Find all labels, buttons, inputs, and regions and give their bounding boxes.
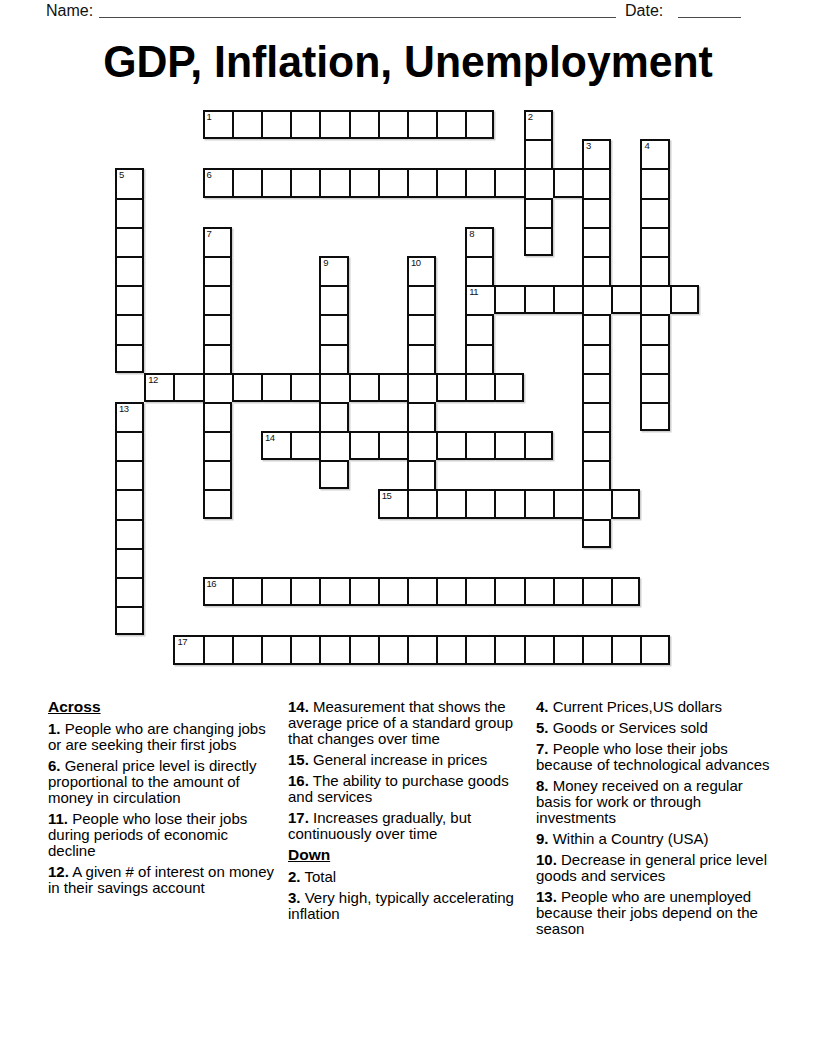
grid-cell-r10-c18[interactable] [640,402,669,431]
grid-cell-r18-c12[interactable] [465,635,494,664]
cell-number-16: 16 [207,579,217,589]
grid-cell-r16-c13[interactable] [494,577,523,606]
grid-cell-r12-c3[interactable] [203,460,232,489]
name-label: Name: [46,2,93,20]
grid-cell-r9-c10[interactable] [407,373,436,402]
grid-cell-r12-c10[interactable] [407,460,436,489]
date-blank-line [678,1,741,18]
grid-cell-r8-c0[interactable] [115,344,144,373]
cell-number-6: 6 [207,170,212,180]
grid-cell-r16-c4[interactable] [232,577,261,606]
grid-cell-r2-c15[interactable] [553,168,582,197]
clue-down-2: 2. Total [288,869,528,885]
clue-across-12: 12. A given # of interest on money in th… [48,864,278,896]
cell-number-1: 1 [207,112,212,122]
grid-cell-r0-c10[interactable] [407,110,436,139]
cell-number-3: 3 [586,141,591,151]
grid-cell-r5-c12[interactable] [465,256,494,285]
grid-cell-r0-c3[interactable]: 1 [203,110,232,139]
grid-cell-r2-c16[interactable] [582,168,611,197]
grid-cell-r8-c10[interactable] [407,344,436,373]
cell-number-15: 15 [382,491,392,501]
grid-cell-r5-c10[interactable]: 10 [407,256,436,285]
clue-down-5: 5. Goods or Services sold [536,720,774,736]
grid-cell-r9-c11[interactable] [436,373,465,402]
grid-cell-r7-c10[interactable] [407,314,436,343]
grid-cell-r10-c7[interactable] [319,402,348,431]
grid-cell-r16-c12[interactable] [465,577,494,606]
clue-down-9: 9. Within a Country (USA) [536,831,774,847]
grid-cell-r5-c16[interactable] [582,256,611,285]
grid-cell-r3-c16[interactable] [582,198,611,227]
grid-cell-r12-c0[interactable] [115,460,144,489]
grid-cell-r2-c3[interactable]: 6 [203,168,232,197]
grid-cell-r18-c7[interactable] [319,635,348,664]
grid-cell-r2-c10[interactable] [407,168,436,197]
grid-cell-r10-c0[interactable]: 13 [115,402,144,431]
date-label: Date: [625,2,663,20]
grid-cell-r2-c7[interactable] [319,168,348,197]
cell-number-14: 14 [265,433,275,443]
down-heading: Down [288,847,528,863]
grid-cell-r10-c10[interactable] [407,402,436,431]
grid-cell-r2-c0[interactable]: 5 [115,168,144,197]
grid-cell-r6-c7[interactable] [319,285,348,314]
grid-cell-r0-c5[interactable] [261,110,290,139]
grid-cell-r11-c8[interactable] [349,431,378,460]
grid-cell-r15-c0[interactable] [115,548,144,577]
clue-down-3: 3. Very high, typically accelerating inf… [288,890,528,922]
clues-column-middle: 14. Measurement that shows the average p… [288,699,528,927]
grid-cell-r2-c9[interactable] [378,168,407,197]
grid-cell-r18-c5[interactable] [261,635,290,664]
grid-cell-r4-c16[interactable] [582,227,611,256]
grid-cell-r16-c3[interactable]: 16 [203,577,232,606]
grid-cell-r0-c14[interactable]: 2 [524,110,553,139]
grid-cell-r2-c14[interactable] [524,168,553,197]
clue-across-16: 16. The ability to purchase goods and se… [288,773,528,805]
grid-cell-r4-c14[interactable] [524,227,553,256]
grid-cell-r6-c12[interactable]: 11 [465,285,494,314]
grid-cell-r16-c11[interactable] [436,577,465,606]
name-blank-line [99,1,616,18]
across-heading: Across [48,699,278,715]
clue-across-1: 1. People who are changing jobs or are s… [48,721,278,753]
grid-cell-r0-c12[interactable] [465,110,494,139]
grid-cell-r9-c7[interactable] [319,373,348,402]
grid-cell-r11-c5[interactable]: 14 [261,431,290,460]
clue-across-6: 6. General price level is directly propo… [48,758,278,806]
grid-cell-r6-c3[interactable] [203,285,232,314]
grid-cell-r7-c3[interactable] [203,314,232,343]
grid-cell-r13-c9[interactable]: 15 [378,489,407,518]
grid-cell-r13-c12[interactable] [465,489,494,518]
grid-cell-r18-c2[interactable]: 17 [173,635,202,664]
grid-cell-r5-c0[interactable] [115,256,144,285]
grid-cell-r11-c6[interactable] [290,431,319,460]
clues-column-left: Across1. People who are changing jobs or… [48,699,278,901]
grid-cell-r2-c5[interactable] [261,168,290,197]
grid-cell-r16-c9[interactable] [378,577,407,606]
grid-cell-r8-c7[interactable] [319,344,348,373]
grid-cell-r8-c3[interactable] [203,344,232,373]
clue-across-17: 17. Increases gradually, but continuousl… [288,810,528,842]
grid-cell-r7-c7[interactable] [319,314,348,343]
grid-cell-r16-c14[interactable] [524,577,553,606]
cell-number-7: 7 [207,229,212,239]
grid-cell-r17-c0[interactable] [115,606,144,635]
clue-down-4: 4. Current Prices,US dollars [536,699,774,715]
grid-cell-r16-c0[interactable] [115,577,144,606]
grid-cell-r18-c9[interactable] [378,635,407,664]
grid-cell-r3-c18[interactable] [640,198,669,227]
grid-cell-r3-c14[interactable] [524,198,553,227]
grid-cell-r4-c12[interactable]: 8 [465,227,494,256]
grid-cell-r9-c12[interactable] [465,373,494,402]
grid-cell-r8-c16[interactable] [582,344,611,373]
grid-cell-r6-c0[interactable] [115,285,144,314]
cell-number-11: 11 [469,287,478,297]
grid-cell-r18-c4[interactable] [232,635,261,664]
grid-cell-r0-c6[interactable] [290,110,319,139]
grid-cell-r9-c13[interactable] [494,373,523,402]
grid-cell-r1-c18[interactable]: 4 [640,139,669,168]
grid-cell-r18-c6[interactable] [290,635,319,664]
clues-column-right: 4. Current Prices,US dollars5. Goods or … [536,699,774,942]
cell-number-4: 4 [644,141,649,151]
grid-cell-r4-c3[interactable]: 7 [203,227,232,256]
grid-cell-r3-c0[interactable] [115,198,144,227]
grid-cell-r9-c4[interactable] [232,373,261,402]
grid-cell-r18-c14[interactable] [524,635,553,664]
grid-cell-r9-c1[interactable]: 12 [144,373,173,402]
grid-cell-r9-c8[interactable] [349,373,378,402]
clue-down-13: 13. People who are unemployed because th… [536,889,774,937]
grid-cell-r2-c8[interactable] [349,168,378,197]
grid-cell-r16-c8[interactable] [349,577,378,606]
grid-cell-r1-c16[interactable]: 3 [582,139,611,168]
grid-cell-r5-c18[interactable] [640,256,669,285]
grid-cell-r13-c3[interactable] [203,489,232,518]
clue-down-10: 10. Decrease in general price level good… [536,852,774,884]
page-title: GDP, Inflation, Unemployment [20,36,795,88]
cell-number-2: 2 [528,112,533,122]
clue-down-7: 7. People who lose their jobs because of… [536,741,774,773]
grid-cell-r12-c7[interactable] [319,460,348,489]
grid-cell-r7-c0[interactable] [115,314,144,343]
grid-cell-r9-c2[interactable] [173,373,202,402]
grid-cell-r6-c14[interactable] [524,285,553,314]
grid-cell-r18-c13[interactable] [494,635,523,664]
grid-cell-r6-c15[interactable] [553,285,582,314]
grid-cell-r11-c7[interactable] [319,431,348,460]
grid-cell-r16-c17[interactable] [611,577,640,606]
cell-number-10: 10 [411,258,421,268]
cell-number-5: 5 [119,170,124,180]
grid-cell-r2-c13[interactable] [494,168,523,197]
clue-across-14: 14. Measurement that shows the average p… [288,699,528,747]
grid-cell-r6-c13[interactable] [494,285,523,314]
grid-cell-r11-c12[interactable] [465,431,494,460]
grid-cell-r16-c10[interactable] [407,577,436,606]
grid-cell-r9-c9[interactable] [378,373,407,402]
grid-cell-r13-c16[interactable] [582,489,611,518]
grid-cell-r13-c13[interactable] [494,489,523,518]
grid-cell-r6-c17[interactable] [611,285,640,314]
grid-cell-r16-c5[interactable] [261,577,290,606]
grid-cell-r9-c6[interactable] [290,373,319,402]
grid-cell-r1-c14[interactable] [524,139,553,168]
grid-cell-r16-c7[interactable] [319,577,348,606]
grid-cell-r16-c16[interactable] [582,577,611,606]
grid-cell-r14-c16[interactable] [582,519,611,548]
cell-number-13: 13 [119,404,129,414]
grid-cell-r9-c18[interactable] [640,373,669,402]
grid-cell-r18-c8[interactable] [349,635,378,664]
grid-cell-r9-c16[interactable] [582,373,611,402]
grid-cell-r18-c18[interactable] [640,635,669,664]
grid-cell-r13-c15[interactable] [553,489,582,518]
grid-cell-r2-c12[interactable] [465,168,494,197]
grid-cell-r13-c14[interactable] [524,489,553,518]
grid-cell-r6-c10[interactable] [407,285,436,314]
grid-cell-r2-c6[interactable] [290,168,319,197]
grid-cell-r12-c16[interactable] [582,460,611,489]
cell-number-12: 12 [148,375,158,385]
grid-cell-r0-c8[interactable] [349,110,378,139]
grid-cell-r11-c0[interactable] [115,431,144,460]
grid-cell-r16-c6[interactable] [290,577,319,606]
grid-cell-r18-c10[interactable] [407,635,436,664]
grid-cell-r13-c17[interactable] [611,489,640,518]
grid-cell-r10-c16[interactable] [582,402,611,431]
cell-number-17: 17 [177,637,187,647]
grid-cell-r0-c9[interactable] [378,110,407,139]
grid-cell-r6-c16[interactable] [582,285,611,314]
grid-cell-r18-c15[interactable] [553,635,582,664]
cell-number-9: 9 [323,258,328,268]
crossword-grid: 1234567891011121314151617 [115,110,699,665]
cell-number-8: 8 [469,229,474,239]
grid-cell-r16-c15[interactable] [553,577,582,606]
grid-cell-r7-c12[interactable] [465,314,494,343]
grid-cell-r14-c0[interactable] [115,519,144,548]
grid-cell-r11-c16[interactable] [582,431,611,460]
grid-cell-r6-c18[interactable] [640,285,669,314]
grid-cell-r2-c18[interactable] [640,168,669,197]
grid-cell-r0-c4[interactable] [232,110,261,139]
clue-across-11: 11. People who lose their jobs during pe… [48,811,278,859]
grid-cell-r5-c3[interactable] [203,256,232,285]
grid-cell-r9-c3[interactable] [203,373,232,402]
grid-cell-r0-c11[interactable] [436,110,465,139]
grid-cell-r11-c3[interactable] [203,431,232,460]
grid-cell-r18-c17[interactable] [611,635,640,664]
clue-down-8: 8. Money received on a regular basis for… [536,778,774,826]
grid-cell-r11-c13[interactable] [494,431,523,460]
grid-cell-r0-c7[interactable] [319,110,348,139]
grid-cell-r18-c16[interactable] [582,635,611,664]
grid-cell-r13-c10[interactable] [407,489,436,518]
grid-cell-r13-c11[interactable] [436,489,465,518]
grid-cell-r6-c19[interactable] [670,285,699,314]
grid-cell-r13-c0[interactable] [115,489,144,518]
grid-cell-r4-c18[interactable] [640,227,669,256]
grid-cell-r2-c11[interactable] [436,168,465,197]
grid-cell-r18-c3[interactable] [203,635,232,664]
grid-cell-r5-c7[interactable]: 9 [319,256,348,285]
grid-cell-r7-c16[interactable] [582,314,611,343]
clue-across-15: 15. General increase in prices [288,752,528,768]
grid-cell-r11-c10[interactable] [407,431,436,460]
grid-cell-r4-c0[interactable] [115,227,144,256]
grid-cell-r10-c3[interactable] [203,402,232,431]
grid-cell-r8-c12[interactable] [465,344,494,373]
grid-cell-r11-c9[interactable] [378,431,407,460]
grid-cell-r7-c18[interactable] [640,314,669,343]
grid-cell-r2-c4[interactable] [232,168,261,197]
grid-cell-r9-c5[interactable] [261,373,290,402]
grid-cell-r8-c18[interactable] [640,344,669,373]
grid-cell-r18-c11[interactable] [436,635,465,664]
grid-cell-r11-c11[interactable] [436,431,465,460]
grid-cell-r11-c14[interactable] [524,431,553,460]
